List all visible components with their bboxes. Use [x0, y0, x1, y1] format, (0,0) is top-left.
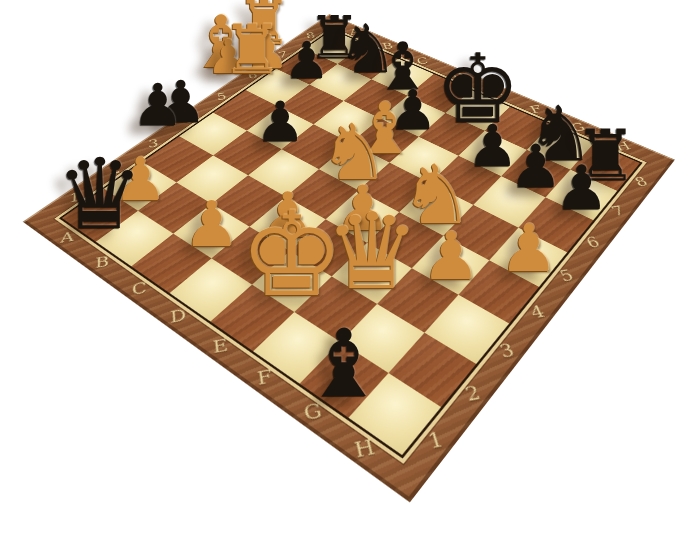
piece-black-pawn-a7[interactable]: ♟	[284, 35, 330, 86]
rank-label-right-3: 3	[497, 342, 516, 361]
rank-label-right-4: 4	[528, 303, 547, 321]
piece-white-pawn-h5[interactable]: ♟	[499, 217, 558, 283]
file-label-bottom-E: E	[212, 337, 229, 356]
piece-black-bishop-g1[interactable]: ♝	[302, 317, 386, 411]
rank-label-right-5: 5	[557, 268, 576, 284]
piece-white-pawn-c2[interactable]: ♟	[183, 192, 240, 255]
captured-white-rook: ♜	[222, 16, 283, 84]
file-label-bottom-C: C	[131, 280, 146, 297]
rank-label-right-2: 2	[463, 383, 483, 404]
file-label-bottom-B: B	[95, 254, 109, 270]
rank-label-right-7: 7	[609, 204, 627, 218]
file-label-bottom-F: F	[256, 368, 273, 388]
rank-label-left-5: 5	[216, 92, 227, 102]
photo-scene: AA88BB77CC66DD55EE44FF33GG22HH11 ♜♞♝♚♞♜♟…	[0, 0, 700, 536]
piece-black-pawn-b5[interactable]: ♟	[256, 94, 306, 150]
piece-black-pawn-h7[interactable]: ♟	[554, 157, 609, 218]
piece-white-pawn-g4[interactable]: ♟	[421, 224, 480, 290]
file-label-bottom-D: D	[170, 307, 187, 325]
piece-white-king-e2[interactable]: ♚	[239, 197, 344, 314]
captured-black-pawn: ♟	[132, 76, 184, 134]
file-label-bottom-H: H	[352, 437, 376, 461]
rank-label-right-6: 6	[584, 235, 602, 250]
rank-label-right-1: 1	[426, 429, 446, 452]
piece-black-queen-a1[interactable]: ♛	[56, 146, 144, 244]
